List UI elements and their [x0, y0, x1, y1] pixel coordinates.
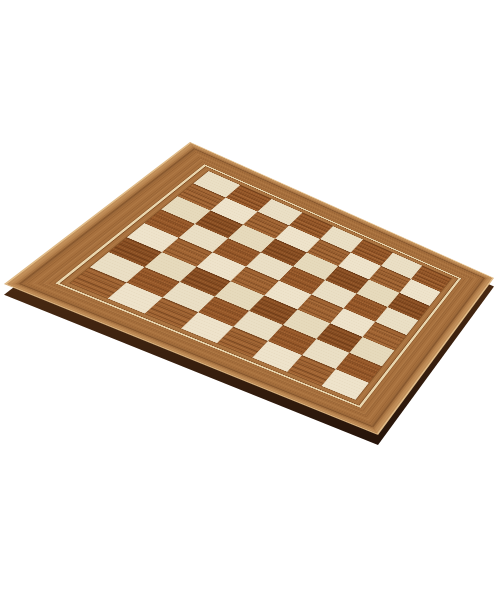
product-photo-background	[0, 0, 500, 600]
